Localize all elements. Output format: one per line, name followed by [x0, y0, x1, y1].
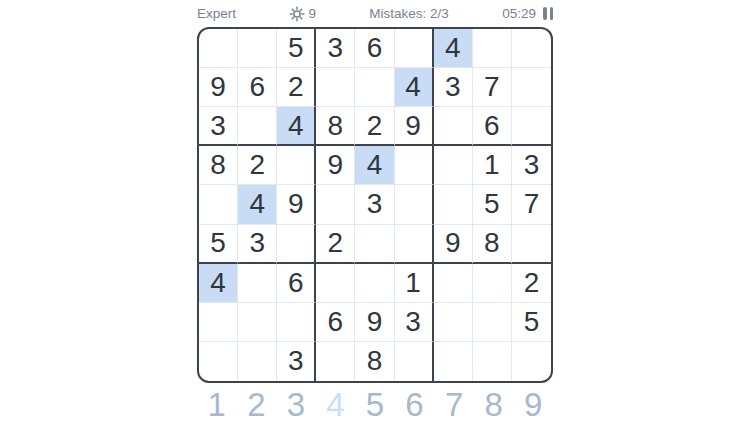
cell-r7c7[interactable] — [434, 264, 473, 303]
cell-r1c1[interactable] — [199, 29, 238, 68]
keypad-3[interactable]: 3 — [276, 388, 316, 421]
cell-r4c7[interactable] — [434, 146, 473, 185]
cell-r8c1[interactable] — [199, 303, 238, 342]
cell-r3c4[interactable]: 8 — [316, 107, 355, 146]
cell-r7c3[interactable]: 6 — [277, 264, 316, 303]
cell-r5c9[interactable]: 7 — [512, 185, 551, 224]
cell-r2c9[interactable] — [512, 68, 551, 107]
keypad-4[interactable]: 4 — [316, 388, 356, 421]
hint-count: 9 — [308, 6, 316, 21]
timer-group: 05:29 — [502, 6, 553, 21]
cell-r5c1[interactable] — [199, 185, 238, 224]
cell-r7c1[interactable]: 4 — [199, 264, 238, 303]
cell-r8c8[interactable] — [473, 303, 512, 342]
cell-r9c1[interactable] — [199, 342, 238, 381]
cell-r3c3[interactable]: 4 — [277, 107, 316, 146]
cell-r9c5[interactable]: 8 — [355, 342, 394, 381]
top-bar: Expert 9 Mist — [197, 0, 553, 27]
cell-r8c2[interactable] — [238, 303, 277, 342]
cell-r1c8[interactable] — [473, 29, 512, 68]
cell-r2c6[interactable]: 4 — [395, 68, 434, 107]
keypad-2[interactable]: 2 — [237, 388, 277, 421]
cell-r4c6[interactable] — [395, 146, 434, 185]
cell-r3c8[interactable]: 6 — [473, 107, 512, 146]
cell-r6c8[interactable]: 8 — [473, 225, 512, 264]
cell-r7c5[interactable] — [355, 264, 394, 303]
keypad-9[interactable]: 9 — [513, 388, 553, 421]
timer-value: 05:29 — [502, 6, 536, 21]
cell-r1c3[interactable]: 5 — [277, 29, 316, 68]
keypad-6[interactable]: 6 — [395, 388, 435, 421]
cell-r9c6[interactable] — [395, 342, 434, 381]
difficulty-label: Expert — [197, 6, 236, 21]
cell-r2c2[interactable]: 6 — [238, 68, 277, 107]
cell-r1c5[interactable]: 6 — [355, 29, 394, 68]
cell-r9c8[interactable] — [473, 342, 512, 381]
cell-r3c9[interactable] — [512, 107, 551, 146]
cell-r6c3[interactable] — [277, 225, 316, 264]
cell-r3c6[interactable]: 9 — [395, 107, 434, 146]
cell-r9c7[interactable] — [434, 342, 473, 381]
cell-r2c4[interactable] — [316, 68, 355, 107]
number-keypad: 123456789 — [197, 388, 553, 421]
cell-r7c6[interactable]: 1 — [395, 264, 434, 303]
cell-r8c4[interactable]: 6 — [316, 303, 355, 342]
cell-r4c1[interactable]: 8 — [199, 146, 238, 185]
cell-r7c9[interactable]: 2 — [512, 264, 551, 303]
cell-r2c3[interactable]: 2 — [277, 68, 316, 107]
cell-r5c3[interactable]: 9 — [277, 185, 316, 224]
cell-r9c9[interactable] — [512, 342, 551, 381]
cell-r7c2[interactable] — [238, 264, 277, 303]
cell-r5c5[interactable]: 3 — [355, 185, 394, 224]
pause-icon — [543, 7, 547, 20]
cell-r4c3[interactable] — [277, 146, 316, 185]
cell-r2c8[interactable]: 7 — [473, 68, 512, 107]
cell-r5c2[interactable]: 4 — [238, 185, 277, 224]
cell-r4c2[interactable]: 2 — [238, 146, 277, 185]
cell-r9c4[interactable] — [316, 342, 355, 381]
cell-r4c8[interactable]: 1 — [473, 146, 512, 185]
hint-button[interactable]: 9 — [289, 6, 316, 22]
cell-r7c4[interactable] — [316, 264, 355, 303]
cell-r3c2[interactable] — [238, 107, 277, 146]
cell-r2c7[interactable]: 3 — [434, 68, 473, 107]
keypad-7[interactable]: 7 — [434, 388, 474, 421]
mistakes-counter: Mistakes: 2/3 — [369, 6, 449, 21]
cell-r8c7[interactable] — [434, 303, 473, 342]
cell-r6c2[interactable]: 3 — [238, 225, 277, 264]
cell-r1c7[interactable]: 4 — [434, 29, 473, 68]
cell-r9c3[interactable]: 3 — [277, 342, 316, 381]
cell-r8c9[interactable]: 5 — [512, 303, 551, 342]
cell-r1c6[interactable] — [395, 29, 434, 68]
cell-r6c5[interactable] — [355, 225, 394, 264]
keypad-8[interactable]: 8 — [474, 388, 514, 421]
cell-r5c8[interactable]: 5 — [473, 185, 512, 224]
cell-r8c5[interactable]: 9 — [355, 303, 394, 342]
keypad-1[interactable]: 1 — [197, 388, 237, 421]
cell-r8c6[interactable]: 3 — [395, 303, 434, 342]
cell-r4c4[interactable]: 9 — [316, 146, 355, 185]
cell-r3c1[interactable]: 3 — [199, 107, 238, 146]
cell-r4c5[interactable]: 4 — [355, 146, 394, 185]
cell-r5c4[interactable] — [316, 185, 355, 224]
pause-button[interactable] — [543, 7, 553, 20]
cell-r3c7[interactable] — [434, 107, 473, 146]
cell-r2c5[interactable] — [355, 68, 394, 107]
cell-r1c4[interactable]: 3 — [316, 29, 355, 68]
cell-r1c9[interactable] — [512, 29, 551, 68]
cell-r5c7[interactable] — [434, 185, 473, 224]
pause-icon — [550, 7, 554, 20]
cell-r6c6[interactable] — [395, 225, 434, 264]
sudoku-app-screen: Expert 9 Mist — [0, 0, 750, 422]
cell-r6c4[interactable]: 2 — [316, 225, 355, 264]
cell-r7c8[interactable] — [473, 264, 512, 303]
cell-r5c6[interactable] — [395, 185, 434, 224]
cell-r3c5[interactable]: 2 — [355, 107, 394, 146]
cell-r1c2[interactable] — [238, 29, 277, 68]
cell-r2c1[interactable]: 9 — [199, 68, 238, 107]
cell-r8c3[interactable] — [277, 303, 316, 342]
cell-r6c7[interactable]: 9 — [434, 225, 473, 264]
cell-r4c9[interactable]: 3 — [512, 146, 551, 185]
keypad-5[interactable]: 5 — [355, 388, 395, 421]
sun-icon — [289, 6, 305, 22]
sudoku-board: 5364962437348296829413493575329846126935… — [197, 27, 553, 383]
cell-r6c9[interactable] — [512, 225, 551, 264]
cell-r6c1[interactable]: 5 — [199, 225, 238, 264]
cell-r9c2[interactable] — [238, 342, 277, 381]
